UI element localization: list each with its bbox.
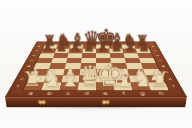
piece-black-pawn-b7[interactable]: ♟ (55, 41, 69, 53)
piece-white-rook-h1[interactable]: ♜ (151, 70, 169, 90)
piece-black-pawn-a7[interactable]: ♟ (41, 41, 55, 53)
square-c1[interactable]: ♝ (60, 83, 79, 91)
piece-white-bishop-f1[interactable]: ♝ (114, 66, 132, 90)
file-label-b: b (39, 91, 59, 96)
square-b1[interactable]: ♞ (41, 83, 61, 91)
file-label-f: f (114, 91, 133, 96)
square-d7[interactable]: ♟ (82, 49, 96, 53)
piece-white-king-e1[interactable]: ♚ (96, 59, 114, 91)
piece-white-knight-g1[interactable]: ♞ (132, 67, 150, 90)
piece-black-pawn-g7[interactable]: ♟ (124, 41, 138, 53)
piece-black-pawn-c7[interactable]: ♟ (68, 41, 82, 53)
brass-clasp-right-icon (101, 100, 110, 105)
file-label-h: h (151, 91, 172, 96)
piece-black-pawn-h7[interactable]: ♟ (137, 41, 151, 53)
piece-black-pawn-e7[interactable]: ♟ (96, 41, 110, 53)
square-g1[interactable]: ♞ (131, 83, 151, 91)
piece-white-queen-d1[interactable]: ♛ (78, 62, 96, 90)
piece-black-pawn-f7[interactable]: ♟ (110, 41, 124, 53)
square-e7[interactable]: ♟ (96, 49, 110, 53)
scene: ♜♞♝♛♚♝♞♜♟♟♟♟♟♟♟♟♟♟♟♟♟♟♟♟♜♞♝♛♚♝♞♜ abcdefg… (0, 0, 192, 128)
square-e1[interactable]: ♚ (96, 83, 114, 91)
square-c7[interactable]: ♟ (68, 49, 82, 53)
box-front-edge (5, 97, 187, 107)
file-label-c: c (58, 91, 77, 96)
file-label-g: g (133, 91, 153, 96)
square-b7[interactable]: ♟ (55, 49, 70, 53)
square-g7[interactable]: ♟ (122, 49, 137, 53)
square-h7[interactable]: ♟ (136, 49, 151, 53)
board-frame: ♜♞♝♛♚♝♞♜♟♟♟♟♟♟♟♟♟♟♟♟♟♟♟♟♜♞♝♛♚♝♞♜ abcdefg… (5, 41, 187, 97)
file-label-a: a (20, 91, 41, 96)
square-d1[interactable]: ♛ (78, 83, 96, 91)
piece-white-knight-b1[interactable]: ♞ (41, 67, 59, 90)
piece-black-pawn-d7[interactable]: ♟ (82, 41, 96, 53)
board-grid: ♜♞♝♛♚♝♞♜♟♟♟♟♟♟♟♟♟♟♟♟♟♟♟♟♜♞♝♛♚♝♞♜ (23, 45, 169, 91)
piece-white-rook-a1[interactable]: ♜ (23, 70, 41, 90)
square-h1[interactable]: ♜ (148, 83, 169, 91)
file-labels: abcdefgh (20, 91, 171, 96)
file-label-d: d (77, 91, 96, 96)
product-photo: ♜♞♝♛♚♝♞♜♟♟♟♟♟♟♟♟♟♟♟♟♟♟♟♟♜♞♝♛♚♝♞♜ abcdefg… (0, 0, 192, 128)
piece-white-bishop-c1[interactable]: ♝ (60, 66, 78, 90)
brass-clasp-left-icon (37, 100, 46, 105)
square-f1[interactable]: ♝ (113, 83, 132, 91)
square-f7[interactable]: ♟ (109, 49, 123, 53)
file-label-e: e (96, 91, 115, 96)
chess-board: ♜♞♝♛♚♝♞♜♟♟♟♟♟♟♟♟♟♟♟♟♟♟♟♟♜♞♝♛♚♝♞♜ abcdefg… (5, 41, 187, 97)
